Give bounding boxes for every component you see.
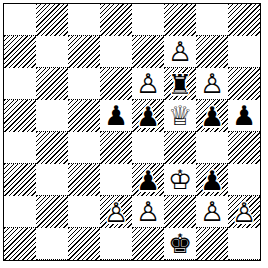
piece-white-pawn: ♙ <box>132 68 164 99</box>
square-d4[interactable] <box>100 132 132 164</box>
piece-white-pawn: ♙ <box>196 68 228 99</box>
square-g7[interactable] <box>196 36 228 68</box>
square-f7[interactable]: ♟♙ <box>164 36 196 68</box>
square-f6[interactable]: ♜ <box>164 68 196 100</box>
square-d6[interactable] <box>100 68 132 100</box>
square-h5[interactable]: ♟ <box>228 100 260 132</box>
square-c6[interactable] <box>68 68 100 100</box>
square-f3[interactable]: ♚♔ <box>164 164 196 196</box>
square-a3[interactable] <box>4 164 36 196</box>
square-c4[interactable] <box>68 132 100 164</box>
square-b4[interactable] <box>36 132 68 164</box>
square-f5[interactable]: ♛♕ <box>164 100 196 132</box>
chess-board: ♟♙♟♙♜♟♙♟♟♛♕♟♟♟♚♔♟♟♙♟♙♟♙♟♙♚ <box>4 4 260 260</box>
square-h7[interactable] <box>228 36 260 68</box>
square-e3[interactable]: ♟ <box>132 164 164 196</box>
square-b7[interactable] <box>36 36 68 68</box>
square-e2[interactable]: ♟♙ <box>132 196 164 228</box>
square-a6[interactable] <box>4 68 36 100</box>
piece-black-pawn: ♟ <box>196 164 228 196</box>
square-g4[interactable] <box>196 132 228 164</box>
piece-black-pawn: ♟ <box>132 164 164 196</box>
square-d8[interactable] <box>100 4 132 36</box>
square-f4[interactable] <box>164 132 196 164</box>
square-f1[interactable]: ♚ <box>164 228 196 260</box>
square-h8[interactable] <box>228 4 260 36</box>
square-a7[interactable] <box>4 36 36 68</box>
square-g6[interactable]: ♟♙ <box>196 68 228 100</box>
piece-white-pawn: ♙ <box>196 196 228 227</box>
square-h4[interactable] <box>228 132 260 164</box>
piece-white-pawn: ♙ <box>132 196 164 227</box>
square-h1[interactable] <box>228 228 260 260</box>
square-a8[interactable] <box>4 4 36 36</box>
square-f2[interactable] <box>164 196 196 228</box>
square-b2[interactable] <box>36 196 68 228</box>
square-e4[interactable] <box>132 132 164 164</box>
square-a5[interactable] <box>4 100 36 132</box>
diagram-page: ♟♙♟♙♜♟♙♟♟♛♕♟♟♟♚♔♟♟♙♟♙♟♙♟♙♚ <box>0 0 268 268</box>
square-b3[interactable] <box>36 164 68 196</box>
square-d5[interactable]: ♟ <box>100 100 132 132</box>
piece-black-pawn: ♟ <box>132 100 164 132</box>
square-g1[interactable] <box>196 228 228 260</box>
piece-black-pawn: ♟ <box>196 100 228 132</box>
piece-white-queen: ♕ <box>164 100 196 131</box>
square-b8[interactable] <box>36 4 68 36</box>
square-c5[interactable] <box>68 100 100 132</box>
square-e8[interactable] <box>132 4 164 36</box>
square-c1[interactable] <box>68 228 100 260</box>
board-frame: ♟♙♟♙♜♟♙♟♟♛♕♟♟♟♚♔♟♟♙♟♙♟♙♟♙♚ <box>3 3 261 261</box>
piece-black-king: ♚ <box>164 228 196 259</box>
square-e7[interactable] <box>132 36 164 68</box>
square-e6[interactable]: ♟♙ <box>132 68 164 100</box>
piece-black-pawn: ♟ <box>228 100 260 131</box>
square-g2[interactable]: ♟♙ <box>196 196 228 228</box>
square-f8[interactable] <box>164 4 196 36</box>
piece-black-pawn: ♟ <box>100 100 132 131</box>
square-d2[interactable]: ♟♙ <box>100 196 132 228</box>
square-g3[interactable]: ♟ <box>196 164 228 196</box>
square-c8[interactable] <box>68 4 100 36</box>
square-d3[interactable] <box>100 164 132 196</box>
square-c3[interactable] <box>68 164 100 196</box>
piece-white-king: ♔ <box>164 164 196 195</box>
square-e1[interactable] <box>132 228 164 260</box>
square-h2[interactable]: ♟♙ <box>228 196 260 228</box>
square-c2[interactable] <box>68 196 100 228</box>
square-a4[interactable] <box>4 132 36 164</box>
square-d1[interactable] <box>100 228 132 260</box>
piece-white-pawn: ♙ <box>228 196 260 228</box>
piece-white-pawn: ♙ <box>100 196 132 228</box>
square-e5[interactable]: ♟ <box>132 100 164 132</box>
square-g5[interactable]: ♟ <box>196 100 228 132</box>
square-a1[interactable] <box>4 228 36 260</box>
square-c7[interactable] <box>68 36 100 68</box>
square-b5[interactable] <box>36 100 68 132</box>
square-a2[interactable] <box>4 196 36 228</box>
piece-black-rook: ♜ <box>164 68 196 100</box>
piece-white-pawn: ♙ <box>164 36 196 67</box>
square-h6[interactable] <box>228 68 260 100</box>
square-b6[interactable] <box>36 68 68 100</box>
square-b1[interactable] <box>36 228 68 260</box>
square-g8[interactable] <box>196 4 228 36</box>
square-h3[interactable] <box>228 164 260 196</box>
square-d7[interactable] <box>100 36 132 68</box>
